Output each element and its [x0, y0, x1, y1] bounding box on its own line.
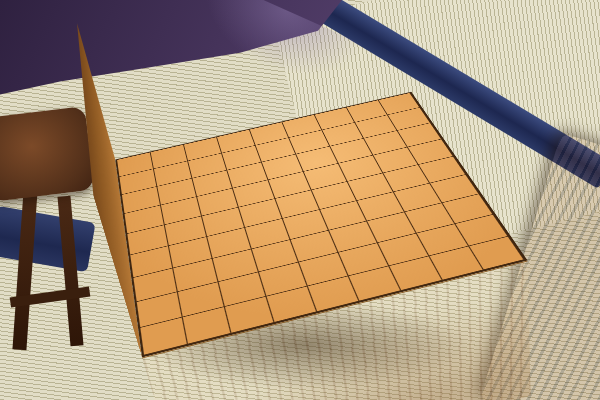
- board-scene: [0, 0, 600, 400]
- photo-stage: [0, 0, 600, 400]
- shogi-board-block: [115, 92, 528, 358]
